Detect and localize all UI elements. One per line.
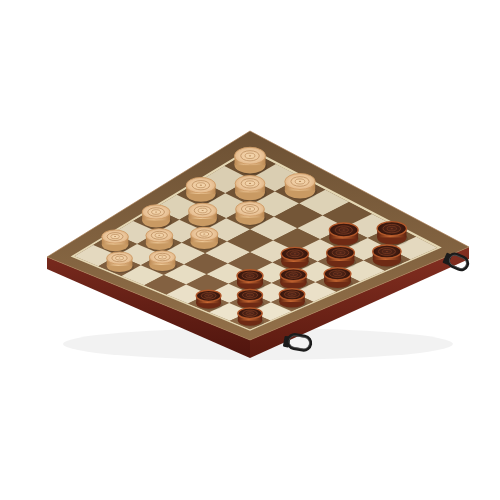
piece-center-dot	[249, 295, 251, 296]
piece-center-dot	[114, 236, 116, 237]
piece-center-dot	[249, 313, 251, 314]
piece-dark-r6c6[interactable]	[237, 289, 264, 309]
piece-center-dot	[208, 295, 210, 296]
piece-light-r4c2[interactable]	[191, 227, 220, 250]
piece-light-r6c2[interactable]	[149, 251, 177, 272]
piece-center-dot	[299, 181, 301, 182]
piece-light-r0c2[interactable]	[285, 174, 317, 200]
piece-center-dot	[343, 229, 345, 230]
piece-center-dot	[391, 228, 393, 229]
piece-center-dot	[249, 275, 251, 276]
piece-light-r6c0[interactable]	[102, 230, 130, 252]
piece-center-dot	[249, 155, 251, 156]
piece-dark-r0c6[interactable]	[377, 222, 408, 246]
piece-light-r2c0[interactable]	[186, 177, 217, 202]
piece-dark-r1c7[interactable]	[373, 245, 403, 268]
piece-dark-r7c7[interactable]	[238, 308, 264, 327]
piece-dark-r3c7[interactable]	[324, 268, 353, 289]
piece-center-dot	[119, 258, 121, 259]
piece-center-dot	[336, 273, 338, 274]
piece-light-r3c1[interactable]	[189, 203, 219, 227]
piece-center-dot	[202, 210, 204, 211]
piece-light-r1c1[interactable]	[235, 175, 267, 201]
piece-center-dot	[203, 234, 205, 235]
piece-dark-r5c5[interactable]	[237, 270, 265, 291]
piece-center-dot	[158, 235, 160, 236]
piece-center-dot	[291, 294, 293, 295]
piece-center-dot	[294, 253, 296, 254]
piece-light-r7c1[interactable]	[107, 252, 134, 273]
piece-center-dot	[155, 211, 157, 212]
piece-light-r0c0[interactable]	[235, 147, 268, 174]
piece-dark-r5c7[interactable]	[279, 289, 306, 309]
piece-center-dot	[292, 274, 294, 275]
piece-dark-r7c5[interactable]	[196, 290, 222, 310]
piece-dark-r1c5[interactable]	[329, 223, 360, 247]
piece-center-dot	[386, 251, 388, 252]
piece-center-dot	[339, 252, 341, 253]
piece-light-r2c2[interactable]	[236, 202, 266, 226]
piece-dark-r4c6[interactable]	[280, 269, 308, 290]
checkers-board-photo	[0, 0, 500, 500]
piece-light-r4c0[interactable]	[142, 205, 172, 229]
piece-center-dot	[161, 257, 163, 258]
piece-center-dot	[249, 208, 251, 209]
piece-dark-r2c6[interactable]	[327, 246, 356, 268]
piece-light-r5c1[interactable]	[146, 229, 175, 252]
piece-center-dot	[249, 183, 251, 184]
board-scene	[0, 0, 500, 500]
piece-center-dot	[200, 185, 202, 186]
piece-dark-r3c5[interactable]	[281, 247, 310, 269]
